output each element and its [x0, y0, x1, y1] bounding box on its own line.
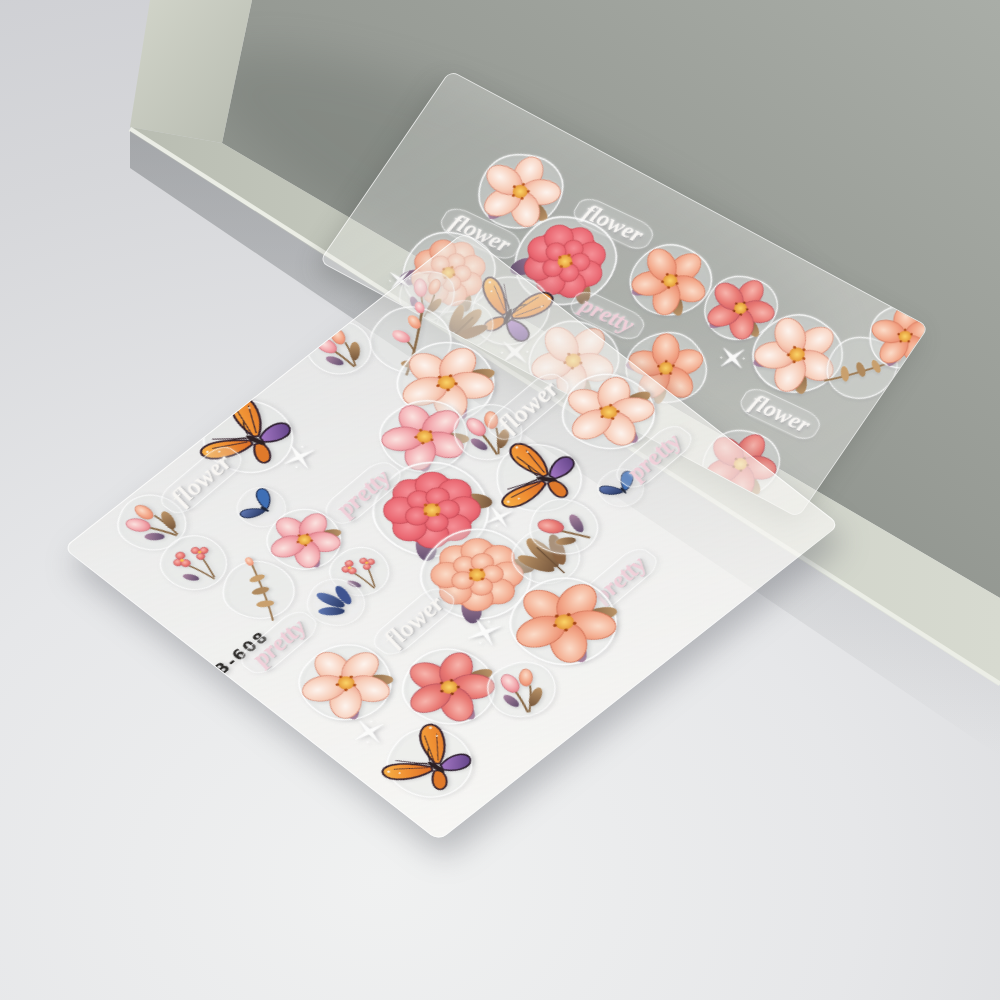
photo-stage: flowerflowerprettyflower flowerflowerpre…	[0, 0, 1000, 1000]
